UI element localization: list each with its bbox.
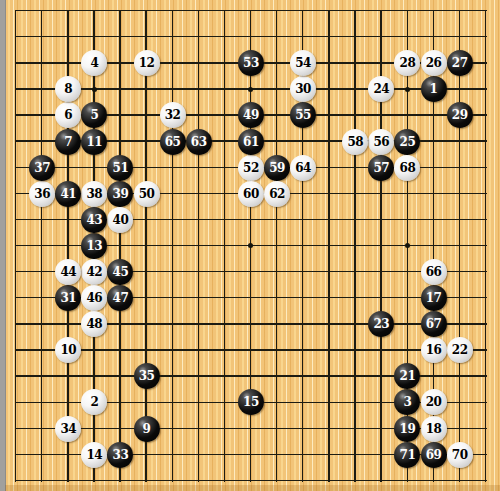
stone-57: 57 [368,155,394,181]
stone-62: 62 [264,181,290,207]
move-number: 4 [90,57,98,69]
stone-20: 20 [421,389,447,415]
stone-25: 25 [394,129,420,155]
move-number: 13 [86,239,102,251]
move-number: 40 [113,213,129,225]
move-number: 8 [64,83,72,95]
stone-66: 66 [421,259,447,285]
stone-19: 19 [394,416,420,442]
stone-15: 15 [238,389,264,415]
stone-50: 50 [134,181,160,207]
move-number: 36 [34,187,50,199]
move-number: 2 [90,396,98,408]
move-number: 55 [295,109,311,121]
stone-51: 51 [107,155,133,181]
move-number: 7 [64,135,72,147]
move-number: 44 [60,265,76,277]
stone-70: 70 [447,442,473,468]
stone-64: 64 [290,155,316,181]
move-number: 58 [347,135,363,147]
move-number: 46 [86,292,102,304]
move-number: 45 [113,265,129,277]
stone-49: 49 [238,102,264,128]
move-number: 22 [452,344,468,356]
stone-30: 30 [290,76,316,102]
move-number: 20 [426,396,442,408]
move-number: 64 [295,161,311,173]
stone-46: 46 [81,285,107,311]
stone-33: 33 [107,442,133,468]
stone-31: 31 [55,285,81,311]
move-number: 68 [400,161,416,173]
move-number: 47 [113,292,129,304]
stone-47: 47 [107,285,133,311]
stone-53: 53 [238,50,264,76]
stone-45: 45 [107,259,133,285]
move-number: 9 [143,422,151,434]
move-number: 12 [139,57,155,69]
stone-28: 28 [394,50,420,76]
move-number: 10 [60,344,76,356]
stone-58: 58 [342,129,368,155]
stone-18: 18 [421,416,447,442]
stone-35: 35 [134,363,160,389]
stone-14: 14 [81,442,107,468]
stone-60: 60 [238,181,264,207]
stone-6: 6 [55,102,81,128]
stone-26: 26 [421,50,447,76]
stone-32: 32 [160,102,186,128]
move-number: 66 [426,265,442,277]
stone-56: 56 [368,129,394,155]
stone-11: 11 [81,129,107,155]
stone-12: 12 [134,50,160,76]
move-number: 34 [60,422,76,434]
go-board[interactable]: 1234567891011121314151617181920212223242… [3,0,499,491]
stone-29: 29 [447,102,473,128]
stone-42: 42 [81,259,107,285]
move-number: 39 [113,187,129,199]
move-number: 56 [374,135,390,147]
stone-13: 13 [81,233,107,259]
move-number: 21 [400,370,416,382]
move-number: 53 [243,57,259,69]
move-number: 67 [426,318,442,330]
stone-43: 43 [81,207,107,233]
stone-65: 65 [160,129,186,155]
move-number: 26 [426,57,442,69]
move-number: 30 [295,83,311,95]
move-number: 5 [90,109,98,121]
stone-71: 71 [394,442,420,468]
stone-21: 21 [394,363,420,389]
move-number: 59 [269,161,285,173]
stone-41: 41 [55,181,81,207]
move-number: 63 [191,135,207,147]
stone-54: 54 [290,50,316,76]
move-number: 54 [295,57,311,69]
move-number: 29 [452,109,468,121]
move-number: 65 [165,135,181,147]
move-number: 62 [269,187,285,199]
stone-22: 22 [447,337,473,363]
move-number: 32 [165,109,181,121]
move-number: 49 [243,109,259,121]
stone-3: 3 [394,389,420,415]
stone-1: 1 [421,76,447,102]
move-number: 41 [60,187,76,199]
move-number: 31 [60,292,76,304]
stone-16: 16 [421,337,447,363]
stone-39: 39 [107,181,133,207]
move-number: 35 [139,370,155,382]
stone-5: 5 [81,102,107,128]
move-number: 14 [86,448,102,460]
move-number: 33 [113,448,129,460]
move-number: 24 [374,83,390,95]
move-number: 57 [374,161,390,173]
stone-34: 34 [55,416,81,442]
stone-44: 44 [55,259,81,285]
stone-61: 61 [238,129,264,155]
move-number: 50 [139,187,155,199]
move-number: 18 [426,422,442,434]
stone-27: 27 [447,50,473,76]
stone-52: 52 [238,155,264,181]
move-number: 60 [243,187,259,199]
move-number: 1 [430,83,438,95]
move-number: 15 [243,396,259,408]
move-number: 37 [34,161,50,173]
move-number: 11 [86,135,102,147]
move-number: 43 [86,213,102,225]
stone-2: 2 [81,389,107,415]
stone-69: 69 [421,442,447,468]
move-number: 28 [400,57,416,69]
move-number: 25 [400,135,416,147]
stone-40: 40 [107,207,133,233]
move-number: 16 [426,344,442,356]
move-number: 69 [426,448,442,460]
stone-8: 8 [55,76,81,102]
move-number: 17 [426,292,442,304]
stone-37: 37 [29,155,55,181]
move-number: 23 [374,318,390,330]
move-number: 48 [86,318,102,330]
move-number: 27 [452,57,468,69]
stone-23: 23 [368,311,394,337]
stone-59: 59 [264,155,290,181]
stone-68: 68 [394,155,420,181]
move-number: 42 [86,265,102,277]
stone-10: 10 [55,337,81,363]
stone-17: 17 [421,285,447,311]
move-number: 3 [404,396,412,408]
stone-7: 7 [55,129,81,155]
move-number: 19 [400,422,416,434]
stone-24: 24 [368,76,394,102]
stone-9: 9 [134,416,160,442]
stone-36: 36 [29,181,55,207]
stone-38: 38 [81,181,107,207]
move-number: 52 [243,161,259,173]
stone-4: 4 [81,50,107,76]
move-number: 61 [243,135,259,147]
stone-48: 48 [81,311,107,337]
move-number: 71 [400,448,416,460]
move-number: 38 [86,187,102,199]
move-number: 6 [64,109,72,121]
stone-67: 67 [421,311,447,337]
move-number: 51 [113,161,129,173]
move-number: 70 [452,448,468,460]
stone-55: 55 [290,102,316,128]
stone-63: 63 [186,129,212,155]
